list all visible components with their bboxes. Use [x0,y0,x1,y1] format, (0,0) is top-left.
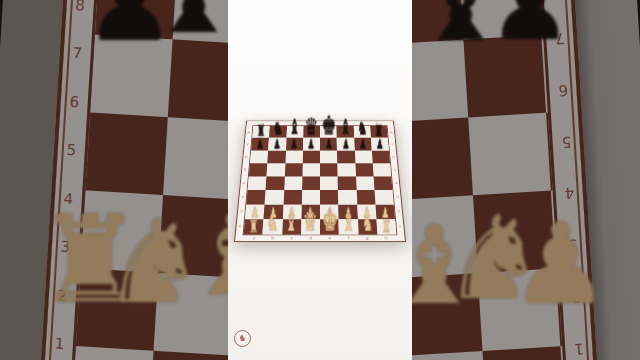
piece-black-pawn-g7: ♟ [359,138,366,151]
rank-label: 8 [247,131,250,134]
square-a5 [249,163,268,176]
square-h7: ♟ [371,138,389,150]
rank-label: 2 [397,209,400,213]
board-grid: ♜♞♝♛♚♝♞♜♟♟♟♟♟♟♟♟♟♟♟♟♟♟♟♟♜♞♝♛♚♝♞♜ [243,125,398,235]
square-d7: ♟ [303,138,320,150]
chess-board: abcdefgh abcdefgh 87654321 87654321 ♜♞♝♛… [234,121,406,242]
square-c3 [283,190,302,204]
square-b7: ♟ [268,138,286,150]
square-a3 [246,190,265,204]
square-b1: ♞ [263,219,283,234]
square-a4 [248,176,267,190]
piece-white-knight-b1: ♞ [266,215,278,235]
piece-black-pawn-e7: ♟ [325,138,332,151]
square-e4 [320,176,338,190]
square-a1: ♜ [244,219,264,234]
piece-black-pawn-c7: ♟ [290,138,297,151]
piece-black-pawn-b7: ♟ [273,138,280,151]
rank-label: 5 [244,168,247,171]
rank-label: 1 [238,224,241,228]
piece-white-rook-h1: ♜ [382,217,392,234]
piece-white-rook-a1: ♜ [248,217,258,234]
rank-label: 7 [246,143,249,146]
background-right-panel: 7654321 ♝ ♟ ♝ ♞ ♟ [412,0,640,360]
square-b6 [268,150,286,163]
piece-black-queen-d8: ♛ [305,115,318,138]
square-f5 [337,163,355,176]
rank-label: 4 [242,181,245,185]
file-label: h [384,236,387,240]
square-g4 [356,176,375,190]
dim-overlay [412,0,640,360]
board-scene: abcdefgh abcdefgh 87654321 87654321 ♜♞♝♛… [228,70,412,250]
square-b3 [265,190,284,204]
square-e1: ♚ [320,219,339,234]
rank-label: 7 [391,143,394,146]
piece-black-king-e8: ♚ [321,113,336,138]
video-frame: 87654321 ♟ ♝ ♜ ♞ ♝ 7654321 ♝ ♟ ♝ ♞ ♟ abc… [0,0,640,360]
file-label: a [252,236,255,240]
piece-white-bishop-c1: ♝ [285,212,298,235]
background-left-panel: 87654321 ♟ ♝ ♜ ♞ ♝ [0,0,228,360]
square-h4 [373,176,392,190]
file-label: e [329,236,332,240]
rank-label: 3 [396,195,399,199]
watermark-logo: ♞ [234,330,251,347]
square-h5 [372,163,391,176]
file-label: b [271,236,274,240]
square-d1: ♛ [301,219,320,234]
square-d6 [303,150,320,163]
square-g5 [355,163,373,176]
square-e5 [320,163,338,176]
square-a6 [250,150,268,163]
file-label: d [309,236,312,240]
square-h3 [374,190,393,204]
square-g6 [354,150,372,163]
square-h6 [372,150,390,163]
square-f6 [337,150,355,163]
square-f7: ♟ [337,138,354,150]
rank-label: 6 [245,155,248,158]
file-labels-bottom: abcdefgh [244,236,396,240]
square-e7: ♟ [320,138,337,150]
square-c1: ♝ [282,219,301,234]
rank-label: 6 [392,155,395,158]
piece-black-pawn-h7: ♟ [377,138,384,151]
square-c4 [284,176,302,190]
square-g7: ♟ [354,138,372,150]
knight-icon: ♞ [238,334,246,343]
square-c7: ♟ [286,138,303,150]
piece-white-queen-d1: ♛ [303,209,318,234]
square-h1: ♜ [376,219,396,234]
square-g1: ♞ [358,219,378,234]
rank-label: 4 [395,181,398,185]
center-photo-panel: abcdefgh abcdefgh 87654321 87654321 ♜♞♝♛… [228,0,412,360]
file-label: f [348,236,350,240]
rank-label: 3 [241,195,244,199]
square-a7: ♟ [251,138,269,150]
square-b5 [267,163,285,176]
square-d3 [302,190,320,204]
dim-overlay [0,0,228,360]
rank-label: 8 [390,131,393,134]
rank-label: 1 [398,224,401,228]
square-f4 [338,176,356,190]
square-g3 [356,190,375,204]
piece-white-knight-g1: ♞ [362,215,374,235]
square-c6 [285,150,303,163]
piece-black-pawn-d7: ♟ [308,138,315,151]
board-frame: abcdefgh abcdefgh 87654321 87654321 ♜♞♝♛… [234,121,406,242]
square-b4 [266,176,285,190]
piece-black-pawn-f7: ♟ [342,138,349,151]
square-d4 [302,176,320,190]
piece-black-pawn-a7: ♟ [256,138,263,151]
file-label: c [291,236,294,240]
piece-white-bishop-f1: ♝ [342,212,355,235]
square-f3 [338,190,357,204]
file-label: g [365,236,368,240]
square-d5 [302,163,320,176]
square-e6 [320,150,337,163]
piece-white-king-e1: ♚ [321,206,338,234]
square-c5 [284,163,302,176]
rank-label: 2 [240,209,243,213]
rank-label: 5 [393,168,396,171]
square-f1: ♝ [339,219,358,234]
